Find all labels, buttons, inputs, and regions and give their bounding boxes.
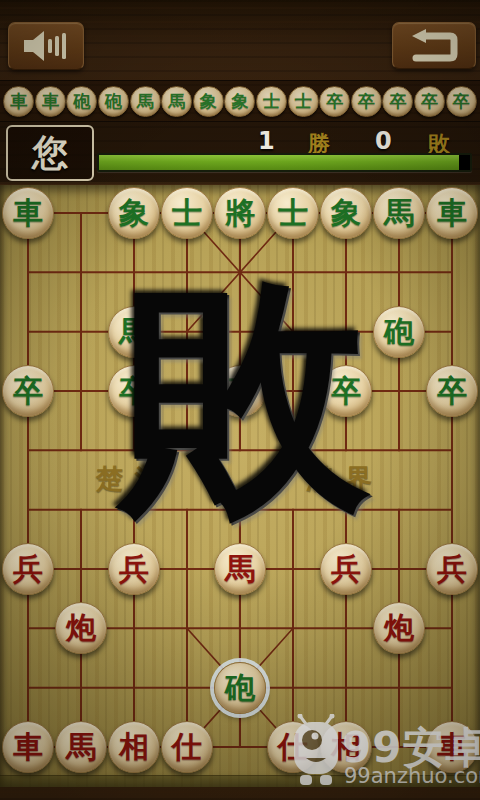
sound-button[interactable] [8,22,84,70]
board-piece-red[interactable]: 車 [2,721,54,773]
board-piece-black[interactable]: 士 [161,187,213,239]
board-piece-red[interactable]: 兵 [108,543,160,595]
board-piece-black[interactable]: 卒 [320,365,372,417]
captured-piece: 卒 [414,86,445,117]
speaker-icon [20,29,72,63]
board-piece-red[interactable]: 仕 [267,721,319,773]
board-piece-black[interactable]: 士 [267,187,319,239]
player-label-box: 您 [6,125,94,181]
back-button[interactable] [392,22,476,69]
board-piece-black[interactable]: 卒 [426,365,478,417]
board-piece-black[interactable]: 卒 [214,365,266,417]
score-strip: 您 1 勝 0 敗 [0,122,480,182]
board-piece-red[interactable]: 仕 [161,721,213,773]
game-screen: 車車砲砲馬馬象象士士卒卒卒卒卒 您 1 勝 0 敗 [0,0,480,800]
progress-bar-fill [99,155,459,170]
captured-piece: 馬 [161,86,192,117]
losses-count: 0 [375,127,392,155]
board-piece-red[interactable]: 車 [426,721,478,773]
piece-layer[interactable]: 車象士將士象馬車馬砲卒卒卒卒卒兵兵馬兵兵炮炮砲車馬相仕仕相車 [2,183,479,776]
captured-pieces-tray: 車車砲砲馬馬象象士士卒卒卒卒卒 [0,80,480,122]
board-piece-black[interactable]: 卒 [2,365,54,417]
captured-piece: 象 [193,86,224,117]
xiangqi-board[interactable]: 楚河 漢界 車象士將士象馬車馬砲卒卒卒卒卒兵兵馬兵兵炮炮砲車馬相仕仕相車 敗 [0,185,480,787]
progress-bar-remainder [459,155,470,170]
captured-piece: 象 [224,86,255,117]
board-piece-black[interactable]: 卒 [108,365,160,417]
captured-piece: 卒 [351,86,382,117]
board-edge [0,775,480,787]
wins-count: 1 [258,127,275,155]
board-piece-red[interactable]: 兵 [320,543,372,595]
board-piece-black[interactable]: 象 [320,187,372,239]
board-piece-black[interactable]: 砲 [373,306,425,358]
board-piece-black[interactable]: 砲 [214,662,266,714]
board-piece-black[interactable]: 車 [2,187,54,239]
board-piece-black[interactable]: 車 [426,187,478,239]
progress-bar [97,153,472,172]
board-piece-red[interactable]: 相 [108,721,160,773]
board-piece-red[interactable]: 馬 [55,721,107,773]
captured-piece: 砲 [98,86,129,117]
board-piece-black[interactable]: 馬 [373,187,425,239]
captured-piece: 卒 [319,86,350,117]
captured-piece: 卒 [382,86,413,117]
captured-piece: 卒 [446,86,477,117]
captured-piece: 車 [35,86,66,117]
board-piece-red[interactable]: 炮 [55,602,107,654]
board-piece-red[interactable]: 馬 [214,543,266,595]
board-piece-black[interactable]: 象 [108,187,160,239]
captured-piece: 馬 [130,86,161,117]
board-piece-red[interactable]: 炮 [373,602,425,654]
board-piece-black[interactable]: 馬 [108,306,160,358]
captured-piece: 砲 [66,86,97,117]
return-arrow-icon [406,29,462,63]
board-piece-black[interactable]: 將 [214,187,266,239]
player-label: 您 [32,129,68,178]
board-piece-red[interactable]: 兵 [2,543,54,595]
board-piece-red[interactable]: 兵 [426,543,478,595]
captured-piece: 士 [256,86,287,117]
captured-piece: 士 [288,86,319,117]
captured-piece: 車 [3,86,34,117]
board-piece-red[interactable]: 相 [320,721,372,773]
